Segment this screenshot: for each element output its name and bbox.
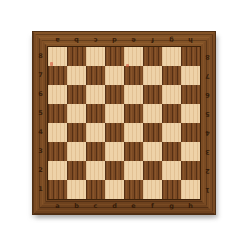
red-smudge-mark-0 <box>50 62 53 66</box>
square-g4[interactable] <box>162 123 181 142</box>
square-e1[interactable] <box>124 180 143 199</box>
square-e2[interactable] <box>124 161 143 180</box>
square-b2[interactable] <box>67 161 86 180</box>
square-c8[interactable] <box>86 47 105 66</box>
square-f2[interactable] <box>143 161 162 180</box>
square-c2[interactable] <box>86 161 105 180</box>
board-frame-left <box>33 32 48 214</box>
board-squares <box>48 47 200 199</box>
square-g6[interactable] <box>162 85 181 104</box>
square-b6[interactable] <box>67 85 86 104</box>
square-f7[interactable] <box>143 66 162 85</box>
square-g7[interactable] <box>162 66 181 85</box>
square-f5[interactable] <box>143 104 162 123</box>
square-b8[interactable] <box>67 47 86 66</box>
square-f4[interactable] <box>143 123 162 142</box>
square-a4[interactable] <box>48 123 67 142</box>
square-d3[interactable] <box>105 142 124 161</box>
square-d4[interactable] <box>105 123 124 142</box>
square-c6[interactable] <box>86 85 105 104</box>
square-b1[interactable] <box>67 180 86 199</box>
square-h3[interactable] <box>181 142 200 161</box>
square-f1[interactable] <box>143 180 162 199</box>
square-f8[interactable] <box>143 47 162 66</box>
square-a5[interactable] <box>48 104 67 123</box>
square-d8[interactable] <box>105 47 124 66</box>
square-d5[interactable] <box>105 104 124 123</box>
square-e7[interactable] <box>124 66 143 85</box>
square-c7[interactable] <box>86 66 105 85</box>
board-frame-top <box>33 32 215 47</box>
square-h7[interactable] <box>181 66 200 85</box>
square-d2[interactable] <box>105 161 124 180</box>
square-f6[interactable] <box>143 85 162 104</box>
square-g8[interactable] <box>162 47 181 66</box>
square-b3[interactable] <box>67 142 86 161</box>
square-g3[interactable] <box>162 142 181 161</box>
square-h4[interactable] <box>181 123 200 142</box>
square-f3[interactable] <box>143 142 162 161</box>
square-a2[interactable] <box>48 161 67 180</box>
square-h5[interactable] <box>181 104 200 123</box>
square-g1[interactable] <box>162 180 181 199</box>
square-e6[interactable] <box>124 85 143 104</box>
square-c3[interactable] <box>86 142 105 161</box>
square-a7[interactable] <box>48 66 67 85</box>
product-photo: abcdefghabcdefgh8765432187654321 <box>0 0 250 250</box>
square-h1[interactable] <box>181 180 200 199</box>
square-c4[interactable] <box>86 123 105 142</box>
square-d6[interactable] <box>105 85 124 104</box>
square-g2[interactable] <box>162 161 181 180</box>
board-frame-bottom <box>33 199 215 214</box>
red-smudge-mark-1 <box>126 64 129 67</box>
square-c1[interactable] <box>86 180 105 199</box>
square-h6[interactable] <box>181 85 200 104</box>
square-b5[interactable] <box>67 104 86 123</box>
chess-board: abcdefghabcdefgh8765432187654321 <box>33 32 215 214</box>
square-e4[interactable] <box>124 123 143 142</box>
square-d1[interactable] <box>105 180 124 199</box>
square-h2[interactable] <box>181 161 200 180</box>
square-c5[interactable] <box>86 104 105 123</box>
square-a3[interactable] <box>48 142 67 161</box>
square-g5[interactable] <box>162 104 181 123</box>
square-b7[interactable] <box>67 66 86 85</box>
square-e3[interactable] <box>124 142 143 161</box>
square-d7[interactable] <box>105 66 124 85</box>
square-a1[interactable] <box>48 180 67 199</box>
square-a6[interactable] <box>48 85 67 104</box>
square-h8[interactable] <box>181 47 200 66</box>
square-e5[interactable] <box>124 104 143 123</box>
board-frame-right <box>200 32 215 214</box>
square-b4[interactable] <box>67 123 86 142</box>
